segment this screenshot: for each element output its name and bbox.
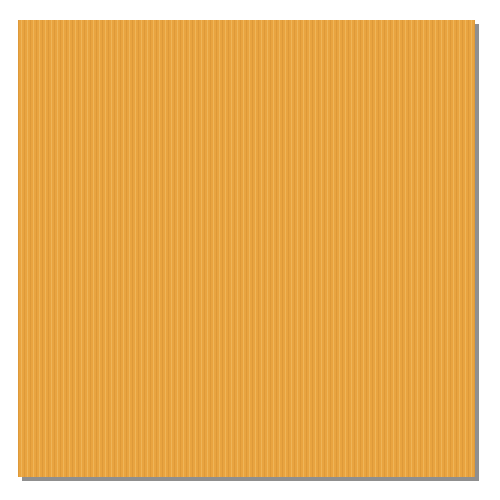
- grid-lines: [18, 20, 475, 477]
- go-board[interactable]: [18, 20, 475, 477]
- go-diagram: [0, 0, 500, 500]
